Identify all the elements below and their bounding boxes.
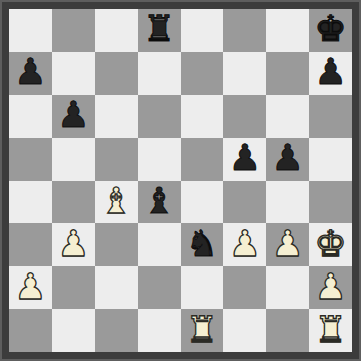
square-e4[interactable] — [181, 181, 224, 224]
piece-black-pawn: ♟ — [14, 54, 46, 90]
chess-board-frame: ♜♚♟♟♟♟♟♝♝♟♞♟♟♚♟♟♜♜ — [0, 0, 361, 361]
square-f1[interactable] — [223, 309, 266, 352]
square-c3[interactable] — [95, 223, 138, 266]
square-a1[interactable] — [9, 309, 52, 352]
square-d8[interactable]: ♜ — [138, 9, 181, 52]
square-c6[interactable] — [95, 95, 138, 138]
piece-white-king: ♚ — [314, 226, 346, 262]
square-c8[interactable] — [95, 9, 138, 52]
square-d5[interactable] — [138, 138, 181, 181]
square-e8[interactable] — [181, 9, 224, 52]
square-a4[interactable] — [9, 181, 52, 224]
square-h4[interactable] — [309, 181, 352, 224]
square-b5[interactable] — [52, 138, 95, 181]
square-h1[interactable]: ♜ — [309, 309, 352, 352]
square-f8[interactable] — [223, 9, 266, 52]
chess-board: ♜♚♟♟♟♟♟♝♝♟♞♟♟♚♟♟♜♜ — [9, 9, 352, 352]
square-d3[interactable] — [138, 223, 181, 266]
square-f4[interactable] — [223, 181, 266, 224]
square-b7[interactable] — [52, 52, 95, 95]
square-h6[interactable] — [309, 95, 352, 138]
square-d1[interactable] — [138, 309, 181, 352]
square-a2[interactable]: ♟ — [9, 266, 52, 309]
square-h3[interactable]: ♚ — [309, 223, 352, 266]
piece-white-rook: ♜ — [314, 312, 346, 348]
square-f3[interactable]: ♟ — [223, 223, 266, 266]
square-a8[interactable] — [9, 9, 52, 52]
square-g7[interactable] — [266, 52, 309, 95]
piece-white-pawn: ♟ — [272, 226, 304, 262]
square-f7[interactable] — [223, 52, 266, 95]
square-c2[interactable] — [95, 266, 138, 309]
square-a6[interactable] — [9, 95, 52, 138]
square-b6[interactable]: ♟ — [52, 95, 95, 138]
piece-white-pawn: ♟ — [57, 226, 89, 262]
square-h2[interactable]: ♟ — [309, 266, 352, 309]
square-g4[interactable] — [266, 181, 309, 224]
square-f5[interactable]: ♟ — [223, 138, 266, 181]
square-d4[interactable]: ♝ — [138, 181, 181, 224]
square-c4[interactable]: ♝ — [95, 181, 138, 224]
square-e3[interactable]: ♞ — [181, 223, 224, 266]
square-h7[interactable]: ♟ — [309, 52, 352, 95]
square-b2[interactable] — [52, 266, 95, 309]
square-g2[interactable] — [266, 266, 309, 309]
square-g6[interactable] — [266, 95, 309, 138]
square-b3[interactable]: ♟ — [52, 223, 95, 266]
square-d7[interactable] — [138, 52, 181, 95]
square-e7[interactable] — [181, 52, 224, 95]
piece-white-bishop: ♝ — [100, 183, 132, 219]
piece-black-knight: ♞ — [186, 226, 218, 262]
square-e1[interactable]: ♜ — [181, 309, 224, 352]
square-c1[interactable] — [95, 309, 138, 352]
square-e5[interactable] — [181, 138, 224, 181]
piece-white-rook: ♜ — [186, 312, 218, 348]
piece-white-pawn: ♟ — [314, 269, 346, 305]
piece-black-bishop: ♝ — [143, 183, 175, 219]
square-g8[interactable] — [266, 9, 309, 52]
piece-black-pawn: ♟ — [272, 140, 304, 176]
square-f6[interactable] — [223, 95, 266, 138]
square-c7[interactable] — [95, 52, 138, 95]
square-g5[interactable]: ♟ — [266, 138, 309, 181]
piece-black-pawn: ♟ — [57, 97, 89, 133]
piece-white-pawn: ♟ — [229, 226, 261, 262]
square-h5[interactable] — [309, 138, 352, 181]
square-a5[interactable] — [9, 138, 52, 181]
piece-black-king: ♚ — [314, 11, 346, 47]
square-a3[interactable] — [9, 223, 52, 266]
square-d2[interactable] — [138, 266, 181, 309]
square-a7[interactable]: ♟ — [9, 52, 52, 95]
piece-black-pawn: ♟ — [314, 54, 346, 90]
square-e6[interactable] — [181, 95, 224, 138]
square-g3[interactable]: ♟ — [266, 223, 309, 266]
piece-black-rook: ♜ — [143, 11, 175, 47]
square-b1[interactable] — [52, 309, 95, 352]
square-b8[interactable] — [52, 9, 95, 52]
square-f2[interactable] — [223, 266, 266, 309]
piece-black-pawn: ♟ — [229, 140, 261, 176]
square-b4[interactable] — [52, 181, 95, 224]
square-c5[interactable] — [95, 138, 138, 181]
square-g1[interactable] — [266, 309, 309, 352]
piece-white-pawn: ♟ — [14, 269, 46, 305]
square-d6[interactable] — [138, 95, 181, 138]
square-e2[interactable] — [181, 266, 224, 309]
square-h8[interactable]: ♚ — [309, 9, 352, 52]
